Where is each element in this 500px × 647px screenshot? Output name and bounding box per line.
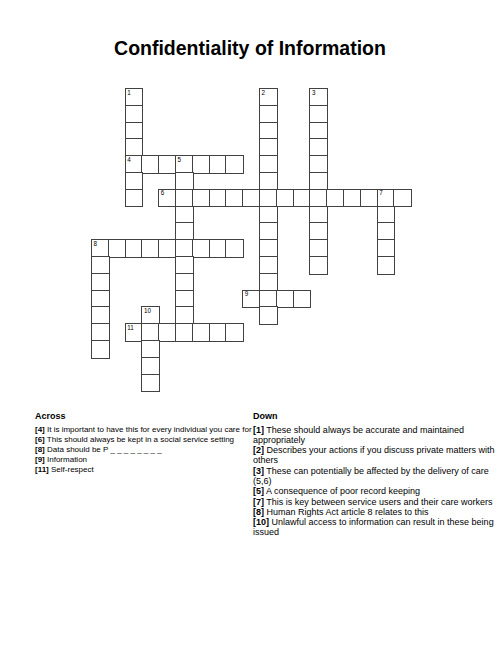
grid-cell-r13c0[interactable] [91,306,110,325]
grid-cell-r9c8[interactable] [225,239,244,258]
grid-cell-r4c8[interactable] [225,155,244,174]
grid-cell-r16c3[interactable] [141,357,160,376]
grid-cell-r9c10[interactable] [259,239,278,258]
grid-cell-r1c13[interactable] [309,105,328,124]
clue-text: Self-respect [49,465,94,474]
grid-cell-r10c5[interactable] [175,256,194,275]
clue-number: [6] [35,435,45,444]
grid-cell-r8c10[interactable] [259,222,278,241]
grid-cell-r4c5[interactable]: 5 [175,155,194,174]
grid-cell-r12c5[interactable] [175,290,194,309]
clue-number: [9] [35,455,45,464]
across-clues-section: Across [4] It is important to have this … [35,411,259,475]
clue-text: Unlawful access to information can resul… [253,517,494,537]
grid-cell-r0c10[interactable]: 2 [259,88,278,107]
grid-cell-r0c2[interactable]: 1 [125,88,144,107]
grid-cell-r5c5[interactable] [175,172,194,191]
clue-text: Describes your actions if you discuss pr… [253,445,495,465]
down-clue-8: [8] Human Rights Act article 8 relates t… [253,507,497,517]
grid-cell-r10c17[interactable] [377,256,396,275]
grid-cell-r6c2[interactable] [125,189,144,208]
grid-cell-r6c12[interactable] [293,189,312,208]
grid-cell-r7c10[interactable] [259,206,278,225]
across-clue-11: [11] Self-respect [35,465,259,475]
grid-cell-r10c10[interactable] [259,256,278,275]
down-clue-5: [5] A consequence of poor record keeping [253,486,497,496]
grid-cell-r9c2[interactable] [125,239,144,258]
clue-text: These should always be accurate and main… [253,425,464,445]
grid-cell-r4c10[interactable] [259,155,278,174]
across-header: Across [35,411,259,421]
down-clue-2: [2] Describes your actions if you discus… [253,445,497,466]
clue-number: [5] [253,486,264,496]
clue-number: [4] [35,425,45,434]
grid-cell-r3c2[interactable] [125,138,144,157]
grid-cell-r9c13[interactable] [309,239,328,258]
cell-number-3: 3 [312,90,316,97]
grid-cell-r5c13[interactable] [309,172,328,191]
crossword-page: Confidentiality of Information 123456789… [0,0,500,647]
grid-cell-r6c4[interactable]: 6 [158,189,177,208]
grid-cell-r9c5[interactable] [175,239,194,258]
grid-cell-r3c13[interactable] [309,138,328,157]
grid-cell-r8c17[interactable] [377,222,396,241]
down-clue-7: [7] This is key between service users an… [253,497,497,507]
grid-cell-r10c0[interactable] [91,256,110,275]
clue-text: These can potentially be affected by the… [253,466,489,486]
grid-cell-r4c6[interactable] [192,155,211,174]
grid-cell-r6c16[interactable] [360,189,379,208]
cell-number-1: 1 [127,90,131,97]
grid-cell-r6c8[interactable] [225,189,244,208]
clue-number: [8] [35,445,45,454]
grid-cell-r6c9[interactable] [242,189,261,208]
cell-number-5: 5 [178,157,182,164]
grid-cell-r13c5[interactable] [175,306,194,325]
grid-cell-r6c6[interactable] [192,189,211,208]
grid-cell-r6c17[interactable]: 7 [377,189,396,208]
grid-cell-r9c6[interactable] [192,239,211,258]
clue-text: A consequence of poor record keeping [264,486,420,496]
grid-cell-r12c0[interactable] [91,290,110,309]
clue-number: [3] [253,466,264,476]
grid-cell-r11c10[interactable] [259,273,278,292]
grid-cell-r9c17[interactable] [377,239,396,258]
grid-cell-r8c13[interactable] [309,222,328,241]
grid-cell-r6c18[interactable] [393,189,412,208]
clue-text: Human Rights Act article 8 relates to th… [264,507,429,517]
cell-number-9: 9 [245,291,249,298]
clue-number: [7] [253,497,264,507]
grid-cell-r0c13[interactable]: 3 [309,88,328,107]
down-clue-list: [1] These should always be accurate and … [253,425,497,538]
grid-cell-r5c2[interactable] [125,172,144,191]
cell-number-6: 6 [161,190,165,197]
down-clue-10: [10] Unlawful access to information can … [253,517,497,538]
down-header: Down [253,411,497,421]
across-clue-9: [9] Information [35,455,259,465]
grid-cell-r15c3[interactable] [141,340,160,359]
clue-text: Data should be P _ _ _ _ _ _ _ _ [45,445,162,454]
grid-cell-r12c10[interactable] [259,290,278,309]
cell-number-8: 8 [94,241,98,248]
grid-cell-r14c2[interactable]: 11 [125,323,144,342]
grid-cell-r1c10[interactable] [259,105,278,124]
down-clue-3: [3] These can potentially be affected by… [253,466,497,487]
grid-cell-r7c5[interactable] [175,206,194,225]
grid-cell-r5c10[interactable] [259,172,278,191]
grid-cell-r6c14[interactable] [326,189,345,208]
grid-cell-r11c5[interactable] [175,273,194,292]
page-title: Confidentiality of Information [0,37,500,59]
grid-cell-r6c13[interactable] [309,189,328,208]
grid-cell-r10c13[interactable] [309,256,328,275]
grid-cell-r14c6[interactable] [192,323,211,342]
grid-cell-r14c3[interactable] [141,323,160,342]
grid-cell-r4c3[interactable] [141,155,160,174]
grid-cell-r14c7[interactable] [209,323,228,342]
grid-cell-r1c2[interactable] [125,105,144,124]
grid-cell-r2c10[interactable] [259,122,278,141]
cell-number-7: 7 [379,190,383,197]
cell-number-2: 2 [262,90,266,97]
grid-cell-r8c5[interactable] [175,222,194,241]
across-clue-list: [4] It is important to have this for eve… [35,425,259,475]
grid-cell-r9c7[interactable] [209,239,228,258]
grid-cell-r9c1[interactable] [108,239,127,258]
clue-number: [11] [35,465,49,474]
grid-cell-r4c13[interactable] [309,155,328,174]
cell-number-11: 11 [127,325,134,332]
crossword-grid: 1234567891011 [91,88,410,390]
grid-cell-r4c7[interactable] [209,155,228,174]
grid-cell-r14c5[interactable] [175,323,194,342]
grid-cell-r17c3[interactable] [141,374,160,393]
clue-number: [2] [253,445,264,455]
down-clue-1: [1] These should always be accurate and … [253,425,497,446]
clue-text: It is important to have this for every i… [45,425,252,434]
grid-cell-r2c2[interactable] [125,122,144,141]
grid-cell-r6c15[interactable] [343,189,362,208]
grid-cell-r7c13[interactable] [309,206,328,225]
grid-cell-r2c13[interactable] [309,122,328,141]
clue-number: [8] [253,507,264,517]
grid-cell-r9c3[interactable] [141,239,160,258]
grid-cell-r15c0[interactable] [91,340,110,359]
clue-text: Information [45,455,87,464]
across-clue-8: [8] Data should be P _ _ _ _ _ _ _ _ [35,445,259,455]
grid-cell-r3c10[interactable] [259,138,278,157]
grid-cell-r13c10[interactable] [259,306,278,325]
grid-cell-r7c17[interactable] [377,206,396,225]
grid-cell-r9c0[interactable]: 8 [91,239,110,258]
grid-cell-r4c2[interactable]: 4 [125,155,144,174]
grid-cell-r9c4[interactable] [158,239,177,258]
grid-cell-r6c5[interactable] [175,189,194,208]
grid-cell-r4c4[interactable] [158,155,177,174]
down-clues-section: Down [1] These should always be accurate… [253,411,497,538]
grid-cell-r12c12[interactable] [293,290,312,309]
grid-cell-r14c8[interactable] [225,323,244,342]
across-clue-4: [4] It is important to have this for eve… [35,425,259,435]
grid-cell-r14c4[interactable] [158,323,177,342]
cell-number-10: 10 [144,308,151,315]
grid-cell-r11c0[interactable] [91,273,110,292]
grid-cell-r6c10[interactable] [259,189,278,208]
across-clue-6: [6] This should always be kept in a soci… [35,435,259,445]
grid-cell-r13c3[interactable]: 10 [141,306,160,325]
clue-text: This is key between service users and th… [264,497,492,507]
grid-cell-r6c11[interactable] [276,189,295,208]
grid-cell-r6c7[interactable] [209,189,228,208]
clue-number: [1] [253,425,264,435]
clue-number: [10] [253,517,269,527]
grid-cell-r12c9[interactable]: 9 [242,290,261,309]
grid-cell-r12c11[interactable] [276,290,295,309]
clue-text: This should always be kept in a social s… [45,435,234,444]
grid-cell-r14c0[interactable] [91,323,110,342]
cell-number-4: 4 [127,157,131,164]
